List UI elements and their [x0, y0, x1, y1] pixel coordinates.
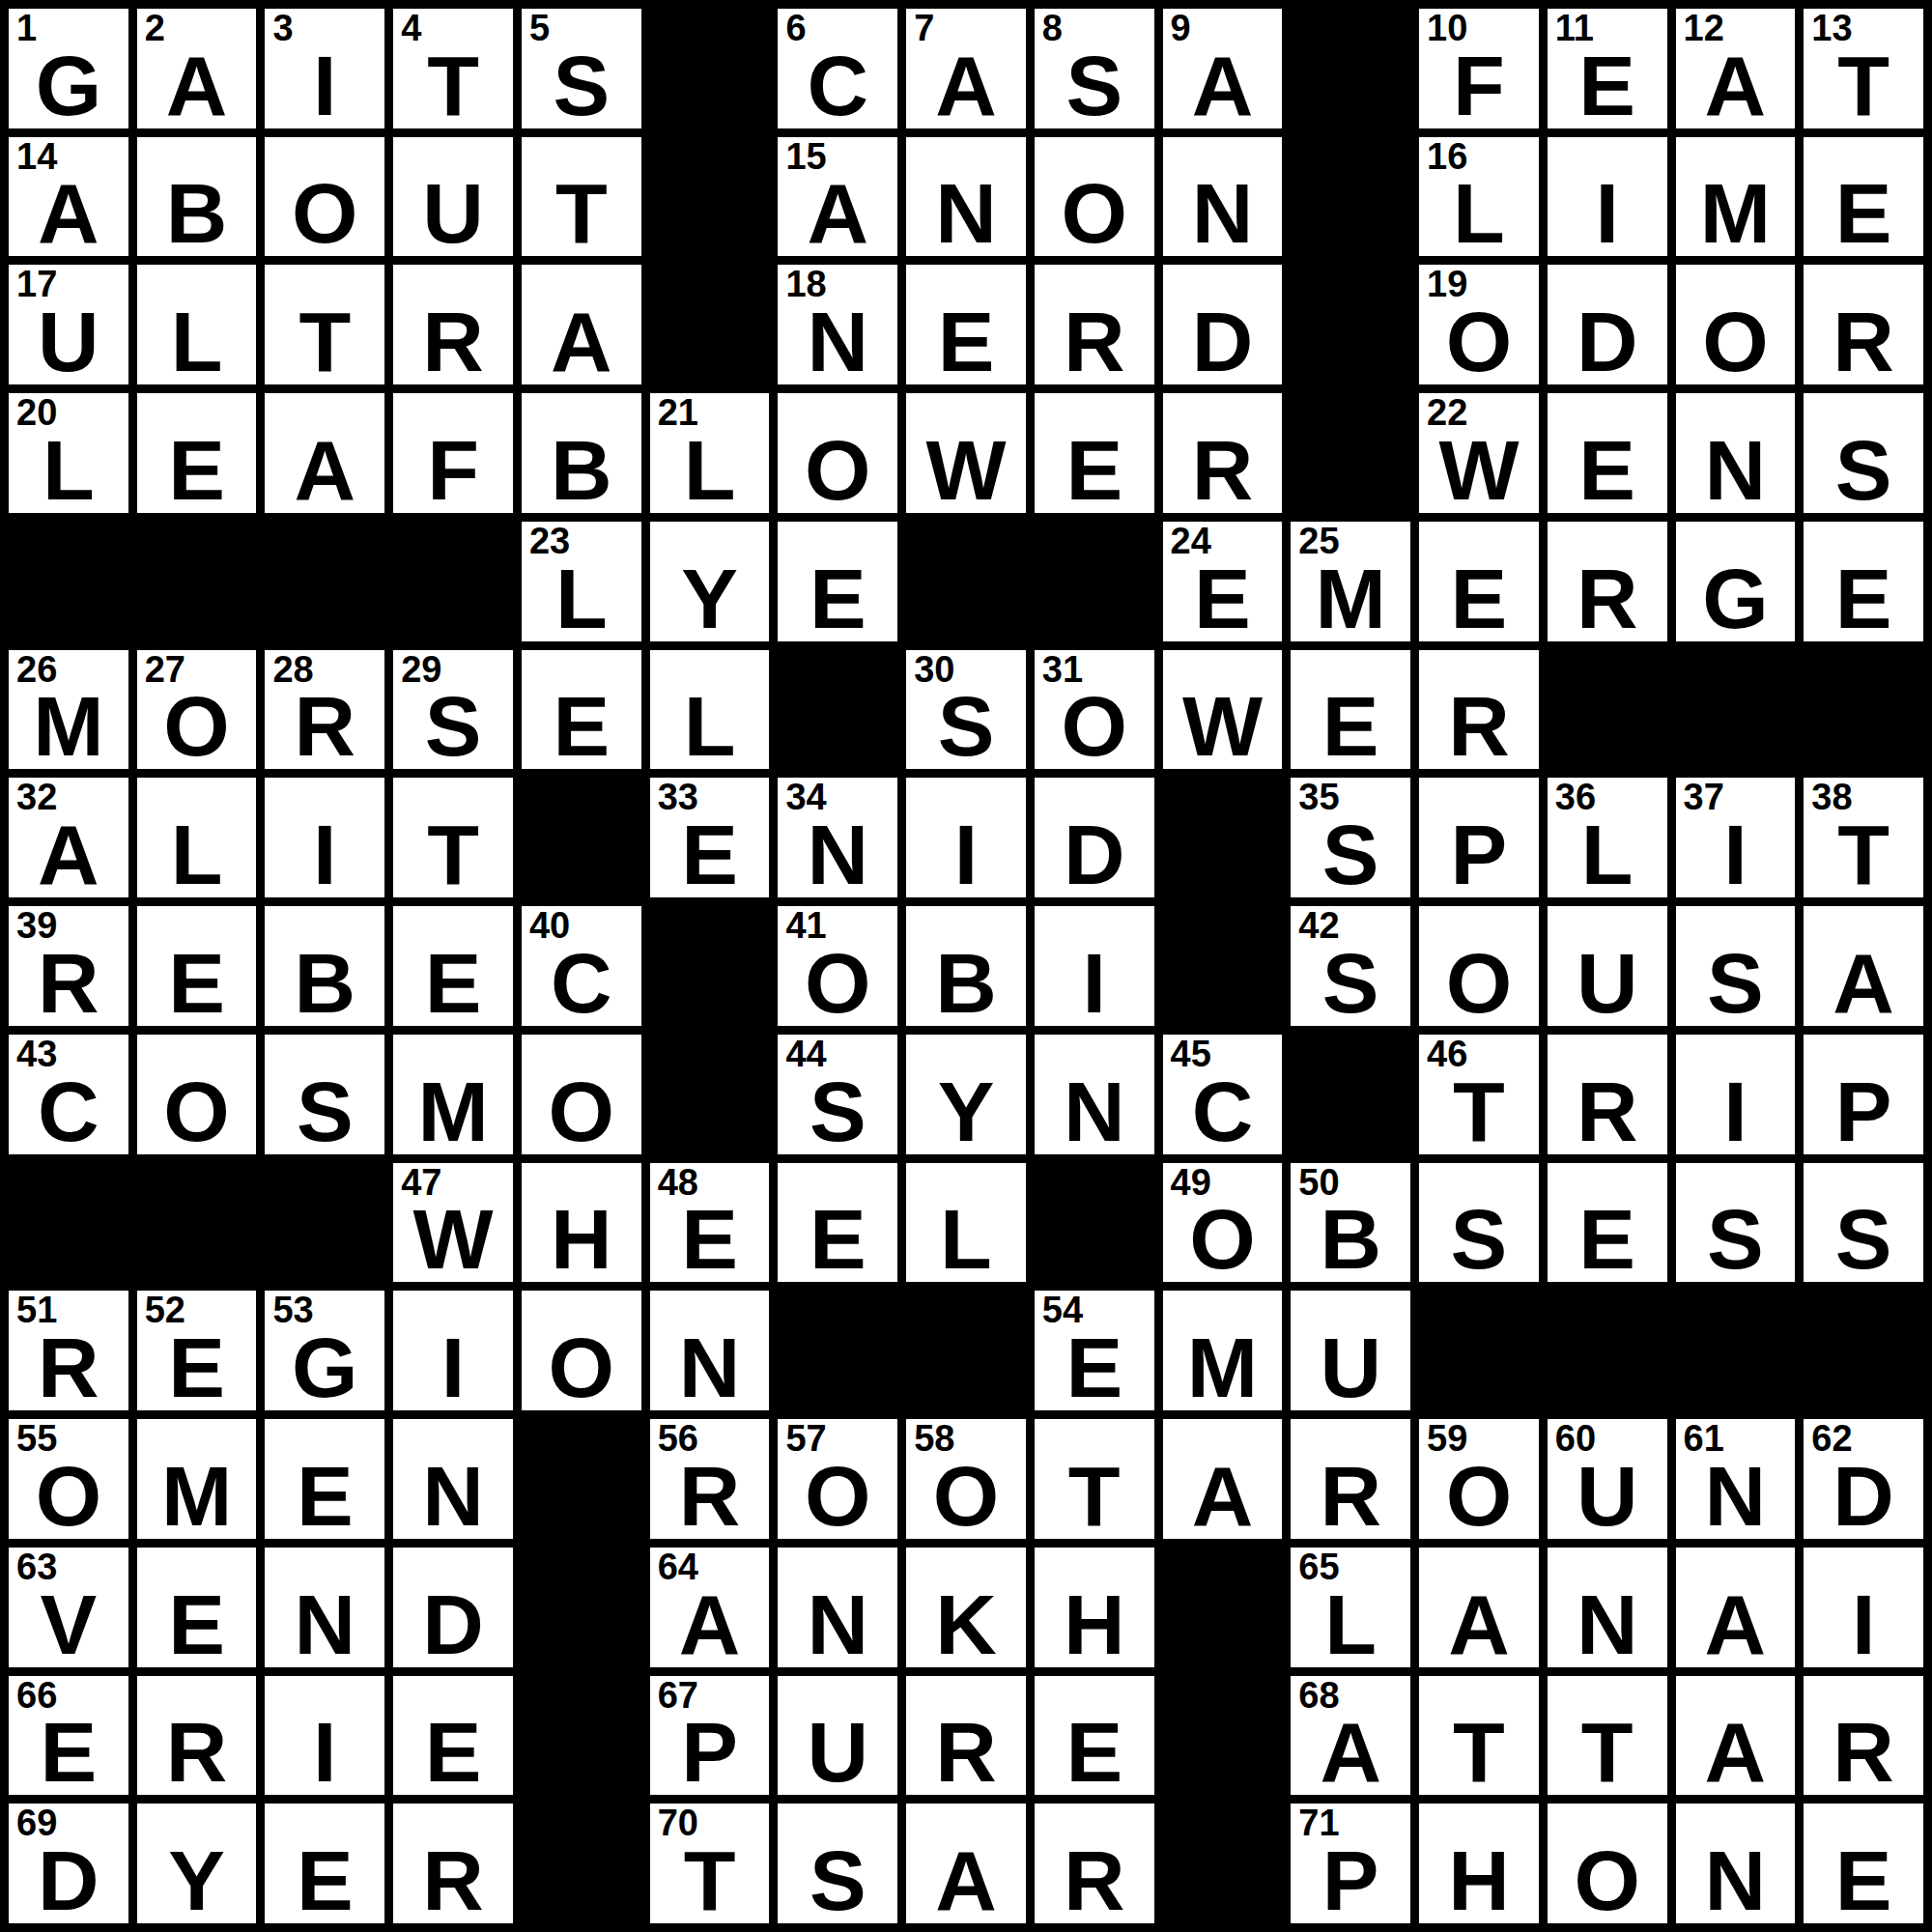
grid-cell-r5c10[interactable]: 24E — [1163, 522, 1283, 641]
grid-cell-r6c8[interactable]: 30S — [906, 650, 1026, 770]
grid-cell-r1c5[interactable]: 5S — [522, 9, 641, 128]
grid-cell-r14c2[interactable]: R — [137, 1676, 257, 1796]
cell-letter: R — [650, 1454, 770, 1539]
grid-cell-r12c4[interactable]: N — [393, 1419, 513, 1539]
grid-cell-r13c15[interactable]: I — [1804, 1548, 1923, 1667]
cell-letter: E — [265, 1838, 384, 1923]
grid-cell-r12c7[interactable]: 57O — [778, 1419, 897, 1539]
grid-cell-r4c8[interactable]: W — [906, 393, 1026, 513]
grid-cell-r12c3[interactable]: E — [265, 1419, 384, 1539]
grid-cell-r14c7[interactable]: U — [778, 1676, 897, 1796]
cell-letter: U — [1548, 941, 1667, 1026]
grid-cell-r6c5[interactable]: E — [522, 650, 641, 770]
grid-cell-r12c13[interactable]: 60U — [1548, 1419, 1667, 1539]
grid-cell-r11c1[interactable]: 51R — [9, 1291, 128, 1410]
black-square-r14c5 — [522, 1676, 641, 1796]
grid-cell-r3c4[interactable]: R — [393, 265, 513, 384]
grid-cell-r10c10[interactable]: 49O — [1163, 1163, 1283, 1283]
cell-letter: E — [1163, 556, 1283, 641]
black-square-r2c6 — [650, 137, 770, 257]
cell-letter: O — [137, 684, 257, 769]
grid-cell-r1c13[interactable]: 11E — [1548, 9, 1667, 128]
black-square-r15c10 — [1163, 1804, 1283, 1923]
grid-cell-r1c10[interactable]: 9A — [1163, 9, 1283, 128]
grid-cell-r4c4[interactable]: F — [393, 393, 513, 513]
grid-cell-r11c9[interactable]: 54E — [1035, 1291, 1154, 1410]
cell-letter: S — [1035, 43, 1154, 128]
cell-letter: L — [522, 556, 641, 641]
grid-cell-r7c4[interactable]: T — [393, 778, 513, 897]
grid-cell-r1c7[interactable]: 6C — [778, 9, 897, 128]
black-square-r6c7 — [778, 650, 897, 770]
cell-letter: S — [906, 684, 1026, 769]
grid-cell-r2c7[interactable]: 15A — [778, 137, 897, 257]
grid-cell-r12c12[interactable]: 59O — [1419, 1419, 1539, 1539]
grid-cell-r2c5[interactable]: T — [522, 137, 641, 257]
cell-letter: I — [1804, 1582, 1923, 1667]
grid-cell-r15c8[interactable]: A — [906, 1804, 1026, 1923]
cell-letter: W — [1163, 684, 1283, 769]
grid-cell-r5c12[interactable]: E — [1419, 522, 1539, 641]
grid-cell-r4c6[interactable]: 21L — [650, 393, 770, 513]
grid-cell-r8c15[interactable]: A — [1804, 906, 1923, 1026]
grid-cell-r15c15[interactable]: E — [1804, 1804, 1923, 1923]
grid-cell-r9c12[interactable]: 46T — [1419, 1035, 1539, 1154]
grid-cell-r10c14[interactable]: S — [1676, 1163, 1796, 1283]
cell-letter: E — [1548, 428, 1667, 513]
grid-cell-r12c14[interactable]: 61N — [1676, 1419, 1796, 1539]
cell-letter: T — [265, 299, 384, 384]
grid-cell-r3c9[interactable]: R — [1035, 265, 1154, 384]
cell-letter: O — [1548, 1838, 1667, 1923]
cell-letter: C — [9, 1069, 128, 1154]
grid-cell-r15c2[interactable]: Y — [137, 1804, 257, 1923]
cell-letter: T — [393, 43, 513, 128]
cell-letter: R — [1804, 299, 1923, 384]
grid-cell-r6c4[interactable]: 29S — [393, 650, 513, 770]
grid-cell-r1c14[interactable]: 12A — [1676, 9, 1796, 128]
grid-cell-r13c4[interactable]: D — [393, 1548, 513, 1667]
cell-letter: U — [1548, 1454, 1667, 1539]
grid-cell-r12c15[interactable]: 62D — [1804, 1419, 1923, 1539]
grid-cell-r5c14[interactable]: G — [1676, 522, 1796, 641]
grid-cell-r4c2[interactable]: E — [137, 393, 257, 513]
cell-letter: A — [265, 428, 384, 513]
grid-cell-r7c11[interactable]: 35S — [1291, 778, 1410, 897]
cell-letter: M — [137, 1454, 257, 1539]
grid-cell-r8c7[interactable]: 41O — [778, 906, 897, 1026]
grid-cell-r15c3[interactable]: E — [265, 1804, 384, 1923]
grid-cell-r1c4[interactable]: 4T — [393, 9, 513, 128]
grid-cell-r10c8[interactable]: L — [906, 1163, 1026, 1283]
grid-cell-r4c15[interactable]: S — [1804, 393, 1923, 513]
grid-cell-r12c11[interactable]: R — [1291, 1419, 1410, 1539]
grid-cell-r3c8[interactable]: E — [906, 265, 1026, 384]
grid-cell-r12c6[interactable]: 56R — [650, 1419, 770, 1539]
grid-cell-r2c13[interactable]: I — [1548, 137, 1667, 257]
cell-letter: S — [1804, 428, 1923, 513]
black-square-r13c10 — [1163, 1548, 1283, 1667]
cell-letter: W — [1419, 428, 1539, 513]
grid-cell-r13c3[interactable]: N — [265, 1548, 384, 1667]
cell-letter: N — [1676, 428, 1796, 513]
black-square-r11c13 — [1548, 1291, 1667, 1410]
grid-cell-r10c4[interactable]: 47W — [393, 1163, 513, 1283]
cell-letter: K — [906, 1582, 1026, 1667]
grid-cell-r11c4[interactable]: I — [393, 1291, 513, 1410]
grid-cell-r10c12[interactable]: S — [1419, 1163, 1539, 1283]
grid-cell-r11c6[interactable]: N — [650, 1291, 770, 1410]
cell-letter: N — [393, 1454, 513, 1539]
cell-letter: R — [9, 941, 128, 1026]
grid-cell-r6c10[interactable]: W — [1163, 650, 1283, 770]
cell-letter: E — [1419, 556, 1539, 641]
grid-cell-r2c2[interactable]: B — [137, 137, 257, 257]
grid-cell-r7c6[interactable]: 33E — [650, 778, 770, 897]
cell-letter: S — [522, 43, 641, 128]
cell-letter: I — [1676, 1069, 1796, 1154]
cell-letter: S — [778, 1838, 897, 1923]
cell-letter: M — [393, 1069, 513, 1154]
cell-letter: E — [1035, 1710, 1154, 1795]
grid-cell-r1c15[interactable]: 13T — [1804, 9, 1923, 128]
grid-cell-r5c15[interactable]: E — [1804, 522, 1923, 641]
grid-cell-r6c3[interactable]: 28R — [265, 650, 384, 770]
grid-cell-r10c13[interactable]: E — [1548, 1163, 1667, 1283]
cell-letter: D — [1548, 299, 1667, 384]
grid-cell-r3c1[interactable]: 17U — [9, 265, 128, 384]
black-square-r11c7 — [778, 1291, 897, 1410]
grid-cell-r2c8[interactable]: N — [906, 137, 1026, 257]
cell-letter: G — [9, 43, 128, 128]
grid-cell-r12c8[interactable]: 58O — [906, 1419, 1026, 1539]
grid-cell-r4c7[interactable]: O — [778, 393, 897, 513]
grid-cell-r6c2[interactable]: 27O — [137, 650, 257, 770]
grid-cell-r7c8[interactable]: I — [906, 778, 1026, 897]
crossword-grid: 1G2A3I4T5S6C7A8S9A10F11E12A13T14ABOUT15A… — [0, 0, 1932, 1932]
black-square-r7c5 — [522, 778, 641, 897]
black-square-r8c6 — [650, 906, 770, 1026]
grid-cell-r12c1[interactable]: 55O — [9, 1419, 128, 1539]
grid-cell-r5c5[interactable]: 23L — [522, 522, 641, 641]
grid-cell-r4c14[interactable]: N — [1676, 393, 1796, 513]
cell-letter: A — [9, 171, 128, 256]
grid-cell-r8c12[interactable]: O — [1419, 906, 1539, 1026]
grid-cell-r7c15[interactable]: 38T — [1804, 778, 1923, 897]
grid-cell-r4c10[interactable]: R — [1163, 393, 1283, 513]
grid-cell-r3c14[interactable]: O — [1676, 265, 1796, 384]
grid-cell-r13c14[interactable]: A — [1676, 1548, 1796, 1667]
grid-cell-r15c14[interactable]: N — [1676, 1804, 1796, 1923]
grid-cell-r6c1[interactable]: 26M — [9, 650, 128, 770]
grid-cell-r1c3[interactable]: 3I — [265, 9, 384, 128]
cell-letter: T — [650, 1838, 770, 1923]
black-square-r11c8 — [906, 1291, 1026, 1410]
grid-cell-r9c2[interactable]: O — [137, 1035, 257, 1154]
grid-cell-r13c12[interactable]: A — [1419, 1548, 1539, 1667]
grid-cell-r4c9[interactable]: E — [1035, 393, 1154, 513]
cell-letter: A — [1676, 1582, 1796, 1667]
cell-letter: E — [1035, 428, 1154, 513]
grid-cell-r8c11[interactable]: 42S — [1291, 906, 1410, 1026]
grid-cell-r14c12[interactable]: T — [1419, 1676, 1539, 1796]
grid-cell-r13c11[interactable]: 65L — [1291, 1548, 1410, 1667]
grid-cell-r14c4[interactable]: E — [393, 1676, 513, 1796]
grid-cell-r8c13[interactable]: U — [1548, 906, 1667, 1026]
cell-letter: R — [1548, 556, 1667, 641]
grid-cell-r3c15[interactable]: R — [1804, 265, 1923, 384]
grid-cell-r13c13[interactable]: N — [1548, 1548, 1667, 1667]
grid-cell-r8c1[interactable]: 39R — [9, 906, 128, 1026]
grid-cell-r14c11[interactable]: 68A — [1291, 1676, 1410, 1796]
grid-cell-r2c14[interactable]: M — [1676, 137, 1796, 257]
grid-cell-r4c1[interactable]: 20L — [9, 393, 128, 513]
cell-letter: C — [1163, 1069, 1283, 1154]
grid-cell-r8c3[interactable]: B — [265, 906, 384, 1026]
black-square-r10c3 — [265, 1163, 384, 1283]
grid-cell-r1c8[interactable]: 7A — [906, 9, 1026, 128]
cell-letter: L — [9, 428, 128, 513]
cell-letter: U — [778, 1710, 897, 1795]
grid-cell-r11c2[interactable]: 52E — [137, 1291, 257, 1410]
black-square-r12c5 — [522, 1419, 641, 1539]
grid-cell-r15c11[interactable]: 71P — [1291, 1804, 1410, 1923]
grid-cell-r7c12[interactable]: P — [1419, 778, 1539, 897]
grid-cell-r4c13[interactable]: E — [1548, 393, 1667, 513]
cell-letter: N — [778, 299, 897, 384]
black-square-r5c4 — [393, 522, 513, 641]
grid-cell-r15c1[interactable]: 69D — [9, 1804, 128, 1923]
grid-cell-r15c4[interactable]: R — [393, 1804, 513, 1923]
grid-cell-r3c2[interactable]: L — [137, 265, 257, 384]
black-square-r5c3 — [265, 522, 384, 641]
grid-cell-r9c4[interactable]: M — [393, 1035, 513, 1154]
cell-letter: G — [1676, 556, 1796, 641]
grid-cell-r6c9[interactable]: 31O — [1035, 650, 1154, 770]
grid-cell-r5c6[interactable]: Y — [650, 522, 770, 641]
cell-letter: O — [778, 941, 897, 1026]
cell-letter: L — [906, 1197, 1026, 1282]
cell-letter: U — [9, 299, 128, 384]
grid-cell-r13c1[interactable]: 63V — [9, 1548, 128, 1667]
grid-cell-r9c7[interactable]: 44S — [778, 1035, 897, 1154]
grid-cell-r3c10[interactable]: D — [1163, 265, 1283, 384]
grid-cell-r11c3[interactable]: 53G — [265, 1291, 384, 1410]
grid-cell-r9c14[interactable]: I — [1676, 1035, 1796, 1154]
cell-letter: L — [1548, 812, 1667, 897]
cell-letter: T — [1419, 1069, 1539, 1154]
cell-letter: L — [137, 299, 257, 384]
grid-cell-r15c6[interactable]: 70T — [650, 1804, 770, 1923]
grid-cell-r11c5[interactable]: O — [522, 1291, 641, 1410]
cell-letter: N — [778, 812, 897, 897]
grid-cell-r1c9[interactable]: 8S — [1035, 9, 1154, 128]
grid-cell-r10c5[interactable]: H — [522, 1163, 641, 1283]
cell-letter: B — [906, 941, 1026, 1026]
cell-letter: A — [1163, 1454, 1283, 1539]
cell-letter: N — [778, 1582, 897, 1667]
grid-cell-r12c2[interactable]: M — [137, 1419, 257, 1539]
grid-cell-r11c11[interactable]: U — [1291, 1291, 1410, 1410]
grid-cell-r2c15[interactable]: E — [1804, 137, 1923, 257]
cell-letter: O — [137, 1069, 257, 1154]
grid-cell-r3c13[interactable]: D — [1548, 265, 1667, 384]
grid-cell-r15c9[interactable]: R — [1035, 1804, 1154, 1923]
grid-cell-r2c1[interactable]: 14A — [9, 137, 128, 257]
grid-cell-r6c11[interactable]: E — [1291, 650, 1410, 770]
grid-cell-r9c5[interactable]: O — [522, 1035, 641, 1154]
cell-letter: E — [522, 684, 641, 769]
grid-cell-r8c4[interactable]: E — [393, 906, 513, 1026]
grid-cell-r10c15[interactable]: S — [1804, 1163, 1923, 1283]
black-square-r14c10 — [1163, 1676, 1283, 1796]
grid-cell-r5c7[interactable]: E — [778, 522, 897, 641]
grid-cell-r12c10[interactable]: A — [1163, 1419, 1283, 1539]
grid-cell-r10c11[interactable]: 50B — [1291, 1163, 1410, 1283]
grid-cell-r14c3[interactable]: I — [265, 1676, 384, 1796]
grid-cell-r4c12[interactable]: 22W — [1419, 393, 1539, 513]
grid-cell-r4c5[interactable]: B — [522, 393, 641, 513]
grid-cell-r7c2[interactable]: L — [137, 778, 257, 897]
black-square-r10c1 — [9, 1163, 128, 1283]
cell-letter: E — [137, 941, 257, 1026]
grid-cell-r2c12[interactable]: 16L — [1419, 137, 1539, 257]
grid-cell-r3c5[interactable]: A — [522, 265, 641, 384]
cell-letter: R — [1419, 684, 1539, 769]
grid-cell-r3c12[interactable]: 19O — [1419, 265, 1539, 384]
cell-letter: T — [1035, 1454, 1154, 1539]
cell-letter: O — [1163, 1197, 1283, 1282]
grid-cell-r3c3[interactable]: T — [265, 265, 384, 384]
grid-cell-r7c3[interactable]: I — [265, 778, 384, 897]
grid-cell-r7c9[interactable]: D — [1035, 778, 1154, 897]
grid-cell-r1c12[interactable]: 10F — [1419, 9, 1539, 128]
cell-letter: L — [1419, 171, 1539, 256]
cell-letter: E — [1804, 556, 1923, 641]
cell-letter: S — [265, 1069, 384, 1154]
cell-letter: T — [1804, 812, 1923, 897]
grid-cell-r9c15[interactable]: P — [1804, 1035, 1923, 1154]
cell-letter: P — [1804, 1069, 1923, 1154]
grid-cell-r12c9[interactable]: T — [1035, 1419, 1154, 1539]
grid-cell-r2c10[interactable]: N — [1163, 137, 1283, 257]
grid-cell-r13c6[interactable]: 64A — [650, 1548, 770, 1667]
cell-letter: O — [522, 1325, 641, 1410]
cell-letter: W — [393, 1197, 513, 1282]
grid-cell-r14c8[interactable]: R — [906, 1676, 1026, 1796]
grid-cell-r1c2[interactable]: 2A — [137, 9, 257, 128]
grid-cell-r6c12[interactable]: R — [1419, 650, 1539, 770]
cell-letter: S — [778, 1069, 897, 1154]
grid-cell-r13c8[interactable]: K — [906, 1548, 1026, 1667]
cell-letter: A — [522, 299, 641, 384]
cell-letter: E — [1035, 1325, 1154, 1410]
grid-cell-r9c3[interactable]: S — [265, 1035, 384, 1154]
cell-letter: D — [1804, 1454, 1923, 1539]
grid-cell-r5c11[interactable]: 25M — [1291, 522, 1410, 641]
grid-cell-r9c1[interactable]: 43C — [9, 1035, 128, 1154]
cell-letter: O — [1419, 1454, 1539, 1539]
cell-letter: N — [1676, 1838, 1796, 1923]
black-square-r2c11 — [1291, 137, 1410, 257]
cell-letter: A — [1291, 1710, 1410, 1795]
grid-cell-r15c7[interactable]: S — [778, 1804, 897, 1923]
grid-cell-r10c6[interactable]: 48E — [650, 1163, 770, 1283]
cell-letter: A — [906, 43, 1026, 128]
grid-cell-r9c10[interactable]: 45C — [1163, 1035, 1283, 1154]
cell-letter: E — [778, 556, 897, 641]
cell-letter: A — [9, 812, 128, 897]
cell-letter: O — [522, 1069, 641, 1154]
grid-cell-r15c13[interactable]: O — [1548, 1804, 1667, 1923]
cell-letter: R — [137, 1710, 257, 1795]
grid-cell-r13c7[interactable]: N — [778, 1548, 897, 1667]
grid-cell-r7c7[interactable]: 34N — [778, 778, 897, 897]
black-square-r7c10 — [1163, 778, 1283, 897]
grid-cell-r13c2[interactable]: E — [137, 1548, 257, 1667]
grid-cell-r4c3[interactable]: A — [265, 393, 384, 513]
grid-cell-r8c2[interactable]: E — [137, 906, 257, 1026]
cell-letter: E — [393, 1710, 513, 1795]
grid-cell-r1c1[interactable]: 1G — [9, 9, 128, 128]
cell-letter: Y — [906, 1069, 1026, 1154]
grid-cell-r8c14[interactable]: S — [1676, 906, 1796, 1026]
cell-letter: E — [1548, 43, 1667, 128]
grid-cell-r9c9[interactable]: N — [1035, 1035, 1154, 1154]
grid-cell-r7c1[interactable]: 32A — [9, 778, 128, 897]
grid-cell-r3c7[interactable]: 18N — [778, 265, 897, 384]
grid-cell-r2c9[interactable]: O — [1035, 137, 1154, 257]
grid-cell-r9c8[interactable]: Y — [906, 1035, 1026, 1154]
grid-cell-r9c13[interactable]: R — [1548, 1035, 1667, 1154]
cell-letter: T — [522, 171, 641, 256]
cell-letter: O — [9, 1454, 128, 1539]
grid-cell-r14c14[interactable]: A — [1676, 1676, 1796, 1796]
grid-cell-r10c7[interactable]: E — [778, 1163, 897, 1283]
cell-letter: T — [1419, 1710, 1539, 1795]
grid-cell-r14c1[interactable]: 66E — [9, 1676, 128, 1796]
cell-letter: Y — [650, 556, 770, 641]
cell-letter: I — [906, 812, 1026, 897]
grid-cell-r6c6[interactable]: L — [650, 650, 770, 770]
cell-letter: E — [137, 1325, 257, 1410]
cell-letter: E — [137, 428, 257, 513]
grid-cell-r2c3[interactable]: O — [265, 137, 384, 257]
cell-letter: I — [265, 43, 384, 128]
cell-letter: E — [1548, 1197, 1667, 1282]
grid-cell-r13c9[interactable]: H — [1035, 1548, 1154, 1667]
black-square-r5c9 — [1035, 522, 1154, 641]
black-square-r15c5 — [522, 1804, 641, 1923]
black-square-r1c11 — [1291, 9, 1410, 128]
grid-cell-r7c14[interactable]: 37I — [1676, 778, 1796, 897]
grid-cell-r14c6[interactable]: 67P — [650, 1676, 770, 1796]
grid-cell-r2c4[interactable]: U — [393, 137, 513, 257]
grid-cell-r5c13[interactable]: R — [1548, 522, 1667, 641]
grid-cell-r8c9[interactable]: I — [1035, 906, 1154, 1026]
grid-cell-r8c5[interactable]: 40C — [522, 906, 641, 1026]
cell-letter: F — [393, 428, 513, 513]
grid-cell-r14c13[interactable]: T — [1548, 1676, 1667, 1796]
cell-letter: B — [137, 171, 257, 256]
grid-cell-r7c13[interactable]: 36L — [1548, 778, 1667, 897]
grid-cell-r14c15[interactable]: R — [1804, 1676, 1923, 1796]
grid-cell-r14c9[interactable]: E — [1035, 1676, 1154, 1796]
grid-cell-r11c10[interactable]: M — [1163, 1291, 1283, 1410]
grid-cell-r15c12[interactable]: H — [1419, 1804, 1539, 1923]
grid-cell-r8c8[interactable]: B — [906, 906, 1026, 1026]
cell-letter: N — [265, 1582, 384, 1667]
